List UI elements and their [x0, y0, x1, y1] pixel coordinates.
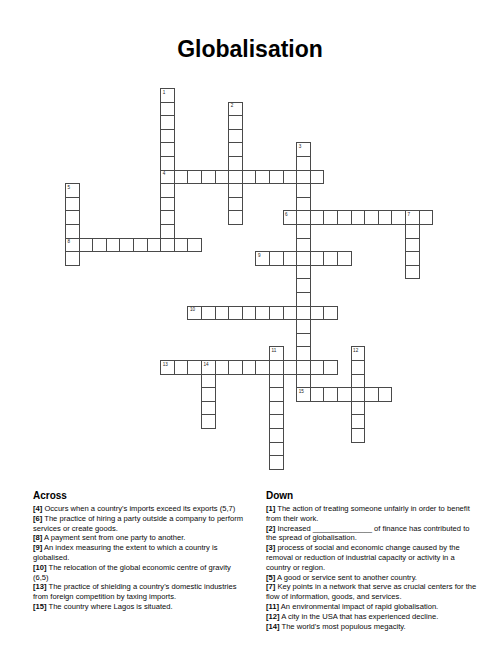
grid-cell[interactable] [269, 401, 284, 416]
clue-item-number: [11] [266, 602, 279, 611]
grid-cell[interactable] [269, 428, 284, 443]
grid-cell[interactable] [310, 251, 325, 266]
grid-cell[interactable] [255, 360, 270, 375]
grid-cell[interactable]: 7 [405, 210, 420, 225]
grid-cell[interactable] [351, 414, 366, 429]
grid-cell[interactable] [228, 210, 243, 225]
grid-cell[interactable] [296, 197, 311, 212]
grid-cell[interactable] [269, 442, 284, 457]
grid-cell[interactable] [269, 387, 284, 402]
clue-item: [15] The country where Lagos is situated… [33, 602, 247, 612]
grid-cell[interactable] [283, 360, 298, 375]
grid-cell[interactable] [296, 170, 311, 185]
clue-number: 6 [285, 212, 288, 217]
grid-cell[interactable] [187, 170, 202, 185]
grid-cell[interactable] [378, 387, 393, 402]
grid-cell[interactable] [242, 306, 257, 321]
grid-cell[interactable] [296, 292, 311, 307]
grid-cell[interactable] [269, 360, 284, 375]
clue-number: 1 [163, 90, 166, 95]
grid-cell[interactable] [201, 306, 216, 321]
clue-number: 12 [353, 348, 358, 353]
clue-number: 10 [190, 307, 195, 312]
clue-item: [12] A city in the USA that has experien… [266, 612, 480, 622]
clue-item-text: An index measuring the extent to which a… [33, 543, 217, 562]
grid-cell[interactable]: 6 [283, 210, 298, 225]
grid-cell[interactable] [351, 210, 366, 225]
grid-cell[interactable] [79, 238, 94, 253]
grid-cell[interactable]: 3 [296, 142, 311, 157]
clue-item-text: The world's most populous megacity. [280, 622, 406, 631]
grid-cell[interactable] [228, 129, 243, 144]
clue-number: 15 [299, 389, 304, 394]
grid-cell[interactable] [283, 306, 298, 321]
clue-item: [7] Key points in a network that serve a… [266, 582, 480, 602]
clue-item: [6] The practice of hiring a party outsi… [33, 514, 247, 534]
clue-number: 9 [258, 253, 261, 258]
clue-item: [4] Occurs when a country's imports exce… [33, 504, 247, 514]
grid-cell[interactable] [310, 170, 325, 185]
grid-cell[interactable] [187, 238, 202, 253]
clues-section: Across [4] Occurs when a country's impor… [33, 490, 480, 631]
grid-cell[interactable] [337, 251, 352, 266]
grid-cell[interactable]: 10 [187, 306, 202, 321]
grid-cell[interactable]: 4 [160, 170, 175, 185]
grid-cell[interactable] [269, 306, 284, 321]
grid-cell[interactable] [201, 374, 216, 389]
grid-cell[interactable] [323, 210, 338, 225]
grid-cell[interactable] [65, 197, 80, 212]
grid-cell[interactable] [269, 170, 284, 185]
clue-item-number: [1] [266, 504, 275, 513]
grid-cell[interactable] [133, 238, 148, 253]
clue-item-number: [9] [33, 543, 42, 552]
grid-cell[interactable] [160, 142, 175, 157]
grid-cell[interactable] [201, 170, 216, 185]
down-heading: Down [266, 490, 480, 501]
grid-cell[interactable] [106, 238, 121, 253]
grid-cell[interactable] [296, 374, 311, 389]
grid-cell[interactable] [201, 414, 216, 429]
grid-cell[interactable] [269, 251, 284, 266]
grid-cell[interactable] [391, 210, 406, 225]
clue-item: [14] The world's most populous megacity. [266, 622, 480, 632]
grid-cell[interactable] [296, 265, 311, 280]
grid-cell[interactable] [160, 238, 175, 253]
grid-cell[interactable] [228, 170, 243, 185]
grid-cell[interactable]: 11 [269, 346, 284, 361]
grid-cell[interactable] [228, 197, 243, 212]
grid-cell[interactable] [201, 387, 216, 402]
grid-cell[interactable]: 2 [228, 102, 243, 117]
grid-cell[interactable] [405, 251, 420, 266]
grid-cell[interactable] [228, 306, 243, 321]
clue-item-text: The practice of shielding a country's do… [33, 582, 237, 601]
down-clues: Down [1] The action of treating someone … [266, 490, 480, 631]
grid-cell[interactable] [65, 251, 80, 266]
grid-cell[interactable] [323, 306, 338, 321]
grid-cell[interactable] [310, 210, 325, 225]
clue-item-text: The country where Lagos is situated. [47, 602, 173, 611]
grid-cell[interactable] [160, 129, 175, 144]
grid-cell[interactable] [160, 183, 175, 198]
down-clue-list: [1] The action of treating someone unfai… [266, 504, 480, 631]
clue-number: 11 [272, 348, 277, 353]
grid-cell[interactable] [242, 170, 257, 185]
clue-number: 5 [68, 185, 71, 190]
grid-cell[interactable] [215, 170, 230, 185]
clue-item-number: [4] [33, 504, 42, 513]
clue-item-number: [12] [266, 612, 280, 621]
grid-cell[interactable]: 1 [160, 88, 175, 103]
grid-cell[interactable] [269, 455, 284, 470]
grid-cell[interactable] [405, 238, 420, 253]
grid-cell[interactable] [296, 278, 311, 293]
grid-cell[interactable] [296, 333, 311, 348]
across-heading: Across [33, 490, 247, 501]
grid-cell[interactable] [174, 360, 189, 375]
grid-cell[interactable] [323, 360, 338, 375]
grid-cell[interactable] [310, 360, 325, 375]
grid-cell[interactable] [296, 251, 311, 266]
grid-cell[interactable] [351, 401, 366, 416]
clue-item: [11] An environmental impact of rapid gl… [266, 602, 480, 612]
grid-cell[interactable] [228, 360, 243, 375]
grid-cell[interactable] [215, 360, 230, 375]
grid-cell[interactable] [337, 387, 352, 402]
grid-cell[interactable]: 12 [351, 346, 366, 361]
grid-cell[interactable] [310, 387, 325, 402]
clue-item-number: [5] [266, 573, 275, 582]
grid-cell[interactable] [364, 210, 379, 225]
clue-item-number: [15] [33, 602, 47, 611]
grid-cell[interactable]: 14 [201, 360, 216, 375]
clue-item-number: [7] [266, 582, 275, 591]
clue-item-number: [14] [266, 622, 280, 631]
grid-cell[interactable] [296, 210, 311, 225]
grid-cell[interactable] [147, 238, 162, 253]
clue-item-text: Increased ______________ of finance has … [266, 524, 470, 543]
clue-number: 13 [163, 362, 168, 367]
grid-cell[interactable] [201, 401, 216, 416]
grid-cell[interactable] [92, 238, 107, 253]
clue-number: 8 [68, 239, 71, 244]
grid-cell[interactable]: 8 [65, 238, 80, 253]
grid-cell[interactable] [296, 238, 311, 253]
grid-cell[interactable] [337, 210, 352, 225]
grid-cell[interactable] [228, 156, 243, 171]
grid-cell[interactable] [119, 238, 134, 253]
grid-cell[interactable]: 5 [65, 183, 80, 198]
grid-cell[interactable]: 13 [160, 360, 175, 375]
grid-cell[interactable] [269, 374, 284, 389]
clue-item-number: [6] [33, 514, 42, 523]
grid-cell[interactable] [283, 170, 298, 185]
clue-item-number: [2] [266, 524, 275, 533]
clue-item-text: A payment sent from one party to another… [42, 533, 185, 542]
puzzle-title: Globalisation [0, 36, 500, 63]
grid-cell[interactable] [255, 306, 270, 321]
clue-item-text: The action of treating someone unfairly … [266, 504, 470, 523]
clue-item-number: [10] [33, 563, 47, 572]
clue-number: 7 [408, 212, 411, 217]
grid-cell[interactable] [310, 306, 325, 321]
grid-cell[interactable] [228, 142, 243, 157]
clue-item-text: An environmental impact of rapid globali… [279, 602, 438, 611]
grid-cell[interactable] [351, 360, 366, 375]
grid-cell[interactable] [351, 387, 366, 402]
across-clue-list: [4] Occurs when a country's imports exce… [33, 504, 247, 612]
grid-cell[interactable] [269, 414, 284, 429]
crossword-worksheet: Globalisation 123456789101112131415 Acro… [0, 0, 500, 647]
clue-item-text: Occurs when a country's imports exceed i… [42, 504, 235, 513]
grid-cell[interactable] [65, 210, 80, 225]
grid-cell[interactable] [351, 428, 366, 443]
grid-cell[interactable] [215, 306, 230, 321]
clue-item-text: A city in the USA that has experienced d… [280, 612, 439, 621]
clue-item-text: The practice of hiring a party outside a… [33, 514, 243, 533]
grid-cell[interactable] [405, 265, 420, 280]
grid-cell[interactable] [187, 360, 202, 375]
clue-item: [1] The action of treating someone unfai… [266, 504, 480, 524]
grid-cell[interactable] [160, 210, 175, 225]
grid-cell[interactable] [296, 360, 311, 375]
grid-cell[interactable] [242, 360, 257, 375]
clue-item: [2] Increased ______________ of finance … [266, 524, 480, 544]
grid-cell[interactable] [296, 346, 311, 361]
grid-cell[interactable] [364, 387, 379, 402]
grid-cell[interactable] [351, 374, 366, 389]
grid-cell[interactable] [323, 251, 338, 266]
grid-cell[interactable] [65, 224, 80, 239]
clue-number: 4 [163, 171, 166, 176]
grid-cell[interactable]: 9 [255, 251, 270, 266]
grid-cell[interactable] [160, 197, 175, 212]
clue-item: [8] A payment sent from one party to ano… [33, 533, 247, 543]
grid-cell[interactable] [160, 102, 175, 117]
grid-cell[interactable] [174, 170, 189, 185]
clue-number: 14 [204, 362, 209, 367]
grid-cell[interactable] [323, 387, 338, 402]
clue-item-text: process of social and economic change ca… [266, 543, 460, 572]
clue-item-number: [13] [33, 582, 47, 591]
clue-item-text: The relocation of the global economic ce… [33, 563, 231, 582]
grid-cell[interactable] [160, 115, 175, 130]
clue-item: [13] The practice of shielding a country… [33, 582, 247, 602]
clue-item: [5] A good or service sent to another co… [266, 573, 480, 583]
clue-item-number: [3] [266, 543, 275, 552]
grid-cell[interactable]: 15 [296, 387, 311, 402]
grid-cell[interactable] [296, 306, 311, 321]
grid-cell[interactable] [160, 156, 175, 171]
grid-cell[interactable] [228, 115, 243, 130]
grid-cell[interactable] [296, 224, 311, 239]
clue-item: [3] process of social and economic chang… [266, 543, 480, 572]
grid-cell[interactable] [174, 238, 189, 253]
clue-item-text: Key points in a network that serve as cr… [266, 582, 476, 601]
grid-cell[interactable] [296, 319, 311, 334]
grid-cell[interactable] [405, 224, 420, 239]
clue-item: [9] An index measuring the extent to whi… [33, 543, 247, 563]
grid-cell[interactable] [228, 183, 243, 198]
grid-cell[interactable] [296, 156, 311, 171]
grid-cell[interactable] [296, 183, 311, 198]
grid-cell[interactable] [255, 170, 270, 185]
grid-cell[interactable] [283, 251, 298, 266]
grid-cell[interactable] [378, 210, 393, 225]
clue-number: 2 [231, 103, 234, 108]
across-clues: Across [4] Occurs when a country's impor… [33, 490, 247, 631]
grid-cell[interactable] [419, 210, 434, 225]
grid-cell[interactable] [160, 224, 175, 239]
crossword-grid: 123456789101112131415 [65, 88, 433, 470]
clue-item: [10] The relocation of the global econom… [33, 563, 247, 583]
clue-item-number: [8] [33, 533, 42, 542]
clue-number: 3 [299, 144, 302, 149]
clue-item-text: A good or service sent to another countr… [275, 573, 417, 582]
